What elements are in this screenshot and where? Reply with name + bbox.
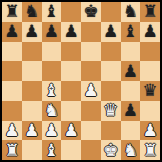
square-c5[interactable] bbox=[42, 61, 62, 81]
black-pawn[interactable]: ♟ bbox=[103, 23, 118, 40]
square-d1[interactable] bbox=[61, 140, 81, 160]
square-b5[interactable] bbox=[22, 61, 42, 81]
square-a8[interactable]: ♜ bbox=[2, 2, 22, 22]
square-a2[interactable]: ♟ bbox=[2, 121, 22, 141]
square-f5[interactable] bbox=[101, 61, 121, 81]
square-b7[interactable]: ♟ bbox=[22, 22, 42, 42]
black-king[interactable]: ♚ bbox=[83, 3, 98, 20]
square-d8[interactable] bbox=[61, 2, 81, 22]
square-c6[interactable] bbox=[42, 42, 62, 62]
white-pawn[interactable]: ♟ bbox=[83, 82, 98, 99]
black-queen[interactable]: ♛ bbox=[143, 82, 158, 99]
white-rook[interactable]: ♜ bbox=[143, 142, 158, 159]
black-pawn[interactable]: ♟ bbox=[123, 63, 138, 80]
black-pawn[interactable]: ♟ bbox=[24, 23, 39, 40]
square-c8[interactable]: ♝ bbox=[42, 2, 62, 22]
square-d4[interactable] bbox=[61, 81, 81, 101]
square-b3[interactable] bbox=[22, 101, 42, 121]
square-c4[interactable]: ♝ bbox=[42, 81, 62, 101]
square-g7[interactable]: ♝ bbox=[121, 22, 141, 42]
square-a7[interactable]: ♟ bbox=[2, 22, 22, 42]
white-pawn[interactable]: ♟ bbox=[24, 122, 39, 139]
square-d2[interactable]: ♟ bbox=[61, 121, 81, 141]
black-bishop[interactable]: ♝ bbox=[44, 3, 59, 20]
square-f2[interactable] bbox=[101, 121, 121, 141]
square-b8[interactable]: ♞ bbox=[22, 2, 42, 22]
square-h3[interactable] bbox=[140, 101, 160, 121]
square-a4[interactable] bbox=[2, 81, 22, 101]
square-f4[interactable] bbox=[101, 81, 121, 101]
black-pawn[interactable]: ♟ bbox=[143, 23, 158, 40]
black-bishop[interactable]: ♝ bbox=[123, 23, 138, 40]
square-e4[interactable]: ♟ bbox=[81, 81, 101, 101]
square-f8[interactable] bbox=[101, 2, 121, 22]
white-rook[interactable]: ♜ bbox=[4, 142, 19, 159]
square-g1[interactable]: ♞ bbox=[121, 140, 141, 160]
square-g2[interactable] bbox=[121, 121, 141, 141]
square-c2[interactable]: ♟ bbox=[42, 121, 62, 141]
square-e1[interactable] bbox=[81, 140, 101, 160]
square-c1[interactable]: ♝ bbox=[42, 140, 62, 160]
black-knight[interactable]: ♞ bbox=[24, 3, 39, 20]
square-f6[interactable] bbox=[101, 42, 121, 62]
square-g5[interactable]: ♟ bbox=[121, 61, 141, 81]
square-e6[interactable] bbox=[81, 42, 101, 62]
square-e8[interactable]: ♚ bbox=[81, 2, 101, 22]
square-d3[interactable] bbox=[61, 101, 81, 121]
square-f3[interactable]: ♛ bbox=[101, 101, 121, 121]
square-c7[interactable]: ♟ bbox=[42, 22, 62, 42]
white-bishop[interactable]: ♝ bbox=[44, 82, 59, 99]
square-e2[interactable] bbox=[81, 121, 101, 141]
black-pawn[interactable]: ♟ bbox=[44, 23, 59, 40]
black-pawn[interactable]: ♟ bbox=[64, 23, 79, 40]
white-pawn[interactable]: ♟ bbox=[143, 122, 158, 139]
square-a3[interactable] bbox=[2, 101, 22, 121]
white-king[interactable]: ♚ bbox=[103, 142, 118, 159]
black-knight[interactable]: ♞ bbox=[123, 3, 138, 20]
square-b6[interactable] bbox=[22, 42, 42, 62]
square-h2[interactable]: ♟ bbox=[140, 121, 160, 141]
square-d5[interactable] bbox=[61, 61, 81, 81]
black-rook[interactable]: ♜ bbox=[143, 3, 158, 20]
square-e3[interactable] bbox=[81, 101, 101, 121]
black-pawn[interactable]: ♟ bbox=[123, 102, 138, 119]
square-e5[interactable] bbox=[81, 61, 101, 81]
black-pawn[interactable]: ♟ bbox=[4, 23, 19, 40]
square-h1[interactable]: ♜ bbox=[140, 140, 160, 160]
square-c3[interactable]: ♞ bbox=[42, 101, 62, 121]
square-h4[interactable]: ♛ bbox=[140, 81, 160, 101]
white-pawn[interactable]: ♟ bbox=[4, 122, 19, 139]
square-a5[interactable] bbox=[2, 61, 22, 81]
square-b1[interactable] bbox=[22, 140, 42, 160]
square-b4[interactable] bbox=[22, 81, 42, 101]
white-pawn[interactable]: ♟ bbox=[64, 122, 79, 139]
black-rook[interactable]: ♜ bbox=[4, 3, 19, 20]
square-f7[interactable]: ♟ bbox=[101, 22, 121, 42]
square-h8[interactable]: ♜ bbox=[140, 2, 160, 22]
square-a1[interactable]: ♜ bbox=[2, 140, 22, 160]
white-knight[interactable]: ♞ bbox=[123, 142, 138, 159]
white-pawn[interactable]: ♟ bbox=[44, 122, 59, 139]
white-queen[interactable]: ♛ bbox=[103, 102, 118, 119]
square-a6[interactable] bbox=[2, 42, 22, 62]
white-knight[interactable]: ♞ bbox=[44, 102, 59, 119]
chess-board: ♜♞♝♚♞♜♟♟♟♟♟♝♟♟♝♟♛♞♛♟♟♟♟♟♟♜♝♚♞♜ bbox=[0, 0, 162, 162]
square-h5[interactable] bbox=[140, 61, 160, 81]
square-g3[interactable]: ♟ bbox=[121, 101, 141, 121]
white-bishop[interactable]: ♝ bbox=[44, 142, 59, 159]
square-d6[interactable] bbox=[61, 42, 81, 62]
square-g4[interactable] bbox=[121, 81, 141, 101]
square-f1[interactable]: ♚ bbox=[101, 140, 121, 160]
square-b2[interactable]: ♟ bbox=[22, 121, 42, 141]
square-e7[interactable] bbox=[81, 22, 101, 42]
square-h7[interactable]: ♟ bbox=[140, 22, 160, 42]
square-g8[interactable]: ♞ bbox=[121, 2, 141, 22]
square-d7[interactable]: ♟ bbox=[61, 22, 81, 42]
square-g6[interactable] bbox=[121, 42, 141, 62]
square-h6[interactable] bbox=[140, 42, 160, 62]
